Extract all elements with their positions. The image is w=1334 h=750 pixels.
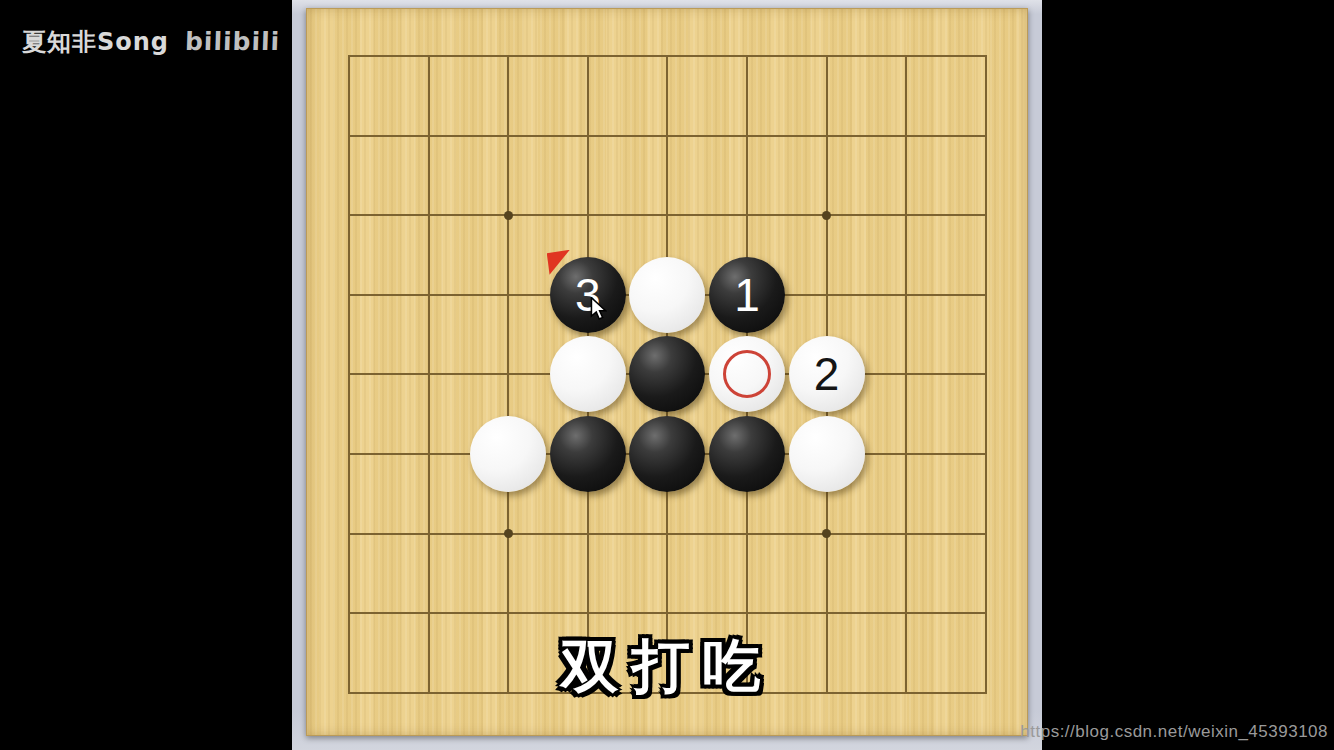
mouse-cursor-icon: [590, 297, 607, 321]
stone-black[interactable]: [550, 416, 626, 492]
stone-white[interactable]: [629, 257, 705, 333]
star-point: [822, 529, 831, 538]
stone-black[interactable]: [629, 416, 705, 492]
stone-white-move-2[interactable]: 2: [789, 336, 865, 412]
grid-line-vertical: [985, 55, 987, 694]
stone-white[interactable]: [709, 336, 785, 412]
move-number: 2: [814, 351, 840, 397]
board-grid[interactable]: 312: [349, 56, 986, 693]
stone-black-move-3[interactable]: 3: [550, 257, 626, 333]
triangle-marker: [547, 250, 570, 275]
stone-black[interactable]: [709, 416, 785, 492]
channel-watermark: 夏知非Song: [22, 26, 169, 58]
star-point: [504, 211, 513, 220]
top-left-watermark: 夏知非Song bilibili: [22, 26, 280, 58]
star-point: [504, 529, 513, 538]
grid-line-vertical: [905, 55, 907, 694]
grid-line-horizontal: [348, 612, 987, 614]
move-number: 1: [734, 272, 760, 318]
stone-black-move-1[interactable]: 1: [709, 257, 785, 333]
bilibili-logo: bilibili: [185, 27, 281, 56]
stone-white[interactable]: [470, 416, 546, 492]
go-board[interactable]: 312 双打吃: [306, 8, 1028, 736]
stone-white[interactable]: [789, 416, 865, 492]
go-app-window: 312 双打吃: [292, 0, 1042, 750]
star-point: [822, 211, 831, 220]
url-watermark: https://blog.csdn.net/weixin_45393108: [1020, 722, 1328, 742]
video-frame: 夏知非Song bilibili 312 双打吃 https://blog.cs…: [0, 0, 1334, 750]
lesson-caption: 双打吃: [306, 628, 1028, 706]
stone-white[interactable]: [550, 336, 626, 412]
grid-line-horizontal: [348, 533, 987, 535]
stone-black[interactable]: [629, 336, 705, 412]
circle-marker: [723, 350, 771, 398]
